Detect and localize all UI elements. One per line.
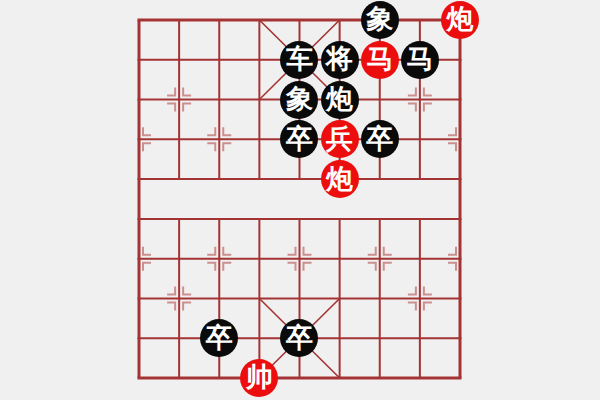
piece-red-cannon[interactable]: 炮 [321,160,359,198]
piece-red-cannon[interactable]: 炮 [441,1,479,39]
piece-black-pawn[interactable]: 卒 [280,319,318,357]
piece-red-general[interactable]: 帅 [240,359,278,397]
piece-black-chariot[interactable]: 车 [280,41,318,79]
piece-black-horse[interactable]: 马 [401,41,439,79]
piece-red-horse[interactable]: 马 [361,41,399,79]
piece-black-pawn[interactable]: 卒 [280,120,318,158]
xiangqi-diagram: 象炮车将马马象炮卒兵卒炮卒卒帅 [0,0,600,400]
piece-black-elephant[interactable]: 象 [361,1,399,39]
piece-black-pawn[interactable]: 卒 [200,319,238,357]
piece-black-pawn[interactable]: 卒 [361,120,399,158]
piece-black-cannon[interactable]: 炮 [321,81,359,119]
piece-black-elephant[interactable]: 象 [280,81,318,119]
piece-red-soldier[interactable]: 兵 [321,120,359,158]
piece-black-general[interactable]: 将 [321,41,359,79]
piece-layer: 象炮车将马马象炮卒兵卒炮卒卒帅 [119,0,480,398]
